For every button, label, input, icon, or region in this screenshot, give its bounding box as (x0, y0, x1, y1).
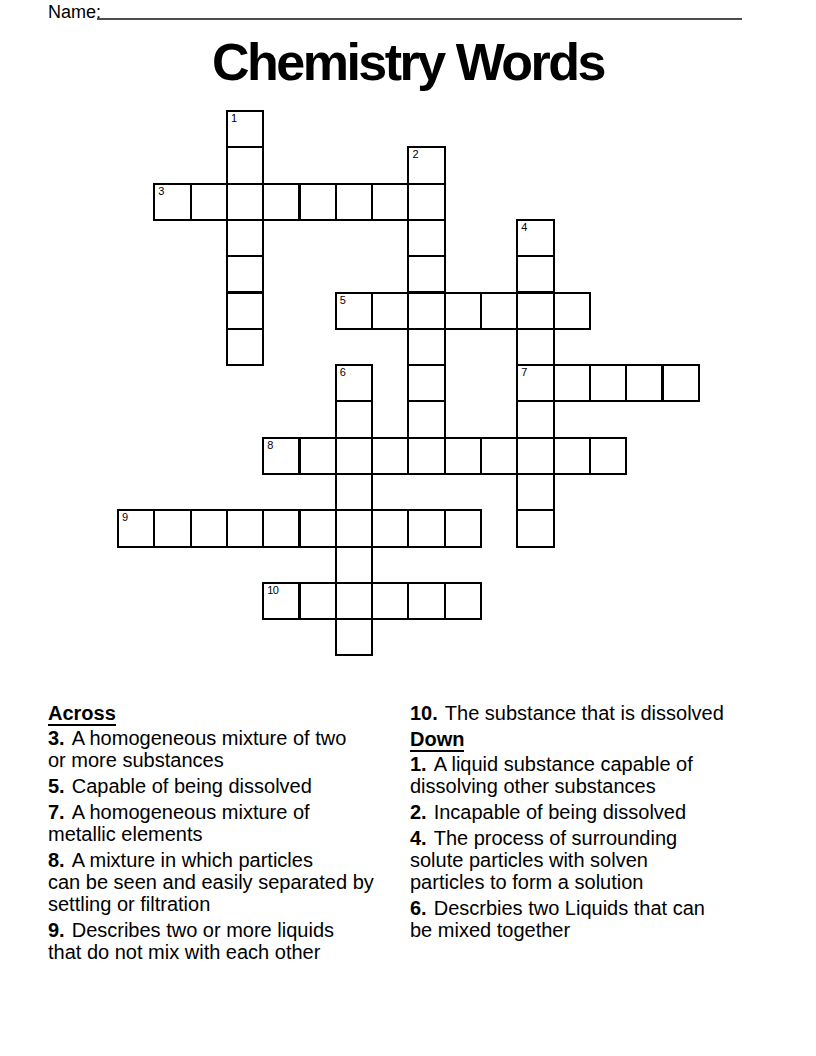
grid-cell-r2c7[interactable] (371, 183, 409, 221)
grid-cell-r11c4[interactable] (262, 509, 300, 547)
clues-heading-text: Down (410, 728, 464, 752)
grid-cell-r9c7[interactable] (371, 437, 409, 475)
clue-text: Describes two or more liquids that do no… (48, 919, 334, 963)
clue-1: 1.A liquid substance capable of dissolvi… (410, 754, 810, 798)
grid-cell-r0c3[interactable]: 1 (226, 110, 264, 148)
grid-cell-r3c3[interactable] (226, 219, 264, 257)
grid-cell-r13c7[interactable] (371, 582, 409, 620)
clue-number-label: 9. (48, 919, 65, 941)
grid-cell-r5c10[interactable] (480, 292, 518, 330)
grid-cell-r7c12[interactable] (553, 364, 591, 402)
grid-cell-r5c7[interactable] (371, 292, 409, 330)
grid-cell-r4c11[interactable] (516, 255, 554, 293)
clue-3: 3.A homogeneous mixture of two or more s… (48, 728, 448, 772)
clue-number-label: 8. (48, 849, 65, 871)
clues-left-column: Across3.A homogeneous mixture of two or … (48, 703, 448, 968)
clue-9: 9.Describes two or more liquids that do … (48, 920, 448, 964)
grid-cell-r2c3[interactable] (226, 183, 264, 221)
clue-number-label: 1. (410, 753, 427, 775)
cell-number-7: 7 (521, 367, 527, 378)
grid-cell-r11c7[interactable] (371, 509, 409, 547)
grid-cell-r2c8[interactable] (407, 183, 445, 221)
cell-number-10: 10 (267, 585, 278, 596)
grid-cell-r4c8[interactable] (407, 255, 445, 293)
clue-number-label: 4. (410, 827, 427, 849)
clue-text: Incapable of being dissolved (434, 801, 686, 823)
grid-cell-r6c11[interactable] (516, 328, 554, 366)
clue-text: The substance that is dissolved (445, 702, 724, 724)
name-label: Name: (48, 2, 101, 22)
clue-5: 5.Capable of being dissolved (48, 776, 448, 798)
clue-text: The process of surrounding solute partic… (410, 827, 677, 893)
grid-cell-r5c12[interactable] (553, 292, 591, 330)
grid-cell-r1c8[interactable]: 2 (407, 146, 445, 184)
grid-cell-r7c11[interactable]: 7 (516, 364, 554, 402)
clue-7: 7.A homogeneous mixture of metallic elem… (48, 802, 448, 846)
grid-cell-r8c11[interactable] (516, 400, 554, 438)
clue-number-label: 2. (410, 801, 427, 823)
cell-number-3: 3 (158, 186, 164, 197)
grid-cell-r2c6[interactable] (335, 183, 373, 221)
grid-cell-r5c3[interactable] (226, 292, 264, 330)
grid-cell-r9c5[interactable] (299, 437, 337, 475)
cell-number-5: 5 (340, 295, 346, 306)
grid-cell-r11c6[interactable] (335, 509, 373, 547)
grid-cell-r13c5[interactable] (299, 582, 337, 620)
clue-text: A mixture in which particles can be seen… (48, 849, 374, 915)
grid-cell-r14c6[interactable] (335, 618, 373, 656)
grid-cell-r11c1[interactable] (153, 509, 191, 547)
grid-cell-r6c3[interactable] (226, 328, 264, 366)
grid-cell-r2c1[interactable]: 3 (153, 183, 191, 221)
clue-text: Capable of being dissolved (72, 775, 312, 797)
grid-cell-r11c8[interactable] (407, 509, 445, 547)
cell-number-8: 8 (267, 440, 273, 451)
clue-text: Descrbies two Liquids that can be mixed … (410, 897, 705, 941)
grid-cell-r3c11[interactable]: 4 (516, 219, 554, 257)
clue-number-label: 10. (410, 702, 438, 724)
grid-cell-r5c11[interactable] (516, 292, 554, 330)
clue-2: 2.Incapable of being dissolved (410, 802, 810, 824)
grid-cell-r7c13[interactable] (589, 364, 627, 402)
grid-cell-r9c4[interactable]: 8 (262, 437, 300, 475)
grid-cell-r9c11[interactable] (516, 437, 554, 475)
grid-cell-r6c8[interactable] (407, 328, 445, 366)
grid-cell-r2c5[interactable] (299, 183, 337, 221)
clue-number-label: 7. (48, 801, 65, 823)
cell-number-4: 4 (521, 222, 527, 233)
clue-4: 4.The process of surrounding solute part… (410, 828, 810, 893)
grid-cell-r8c8[interactable] (407, 400, 445, 438)
grid-cell-r4c3[interactable] (226, 255, 264, 293)
clue-number-label: 6. (410, 897, 427, 919)
grid-cell-r1c3[interactable] (226, 146, 264, 184)
grid-cell-r7c15[interactable] (662, 364, 700, 402)
grid-cell-r5c8[interactable] (407, 292, 445, 330)
cell-number-9: 9 (122, 512, 128, 523)
grid-cell-r7c6[interactable]: 6 (335, 364, 373, 402)
name-fill-in-line[interactable] (97, 0, 742, 20)
cell-number-6: 6 (340, 367, 346, 378)
grid-cell-r9c6[interactable] (335, 437, 373, 475)
grid-cell-r9c12[interactable] (553, 437, 591, 475)
clues-heading-across: Across (48, 703, 448, 725)
grid-cell-r5c6[interactable]: 5 (335, 292, 373, 330)
grid-cell-r9c8[interactable] (407, 437, 445, 475)
grid-cell-r13c8[interactable] (407, 582, 445, 620)
grid-cell-r12c6[interactable] (335, 546, 373, 584)
grid-cell-r11c5[interactable] (299, 509, 337, 547)
grid-cell-r13c4[interactable]: 10 (262, 582, 300, 620)
grid-cell-r13c6[interactable] (335, 582, 373, 620)
grid-cell-r11c11[interactable] (516, 509, 554, 547)
grid-cell-r2c2[interactable] (190, 183, 228, 221)
grid-cell-r5c9[interactable] (444, 292, 482, 330)
grid-cell-r11c2[interactable] (190, 509, 228, 547)
grid-cell-r10c11[interactable] (516, 473, 554, 511)
clue-10: 10.The substance that is dissolved (410, 703, 810, 725)
grid-cell-r8c6[interactable] (335, 400, 373, 438)
grid-cell-r2c4[interactable] (262, 183, 300, 221)
grid-cell-r11c0[interactable]: 9 (117, 509, 155, 547)
clue-number-label: 5. (48, 775, 65, 797)
page-title: Chemistry Words (0, 32, 816, 92)
clue-text: A homogeneous mixture of metallic elemen… (48, 801, 310, 845)
grid-cell-r9c13[interactable] (589, 437, 627, 475)
crossword-grid: 12345678910 (117, 110, 698, 655)
grid-cell-r11c3[interactable] (226, 509, 264, 547)
clue-text: A liquid substance capable of dissolving… (410, 753, 693, 797)
cell-number-2: 2 (412, 149, 418, 160)
grid-cell-r3c8[interactable] (407, 219, 445, 257)
grid-cell-r7c14[interactable] (625, 364, 663, 402)
grid-cell-r13c9[interactable] (444, 582, 482, 620)
clue-6: 6.Descrbies two Liquids that can be mixe… (410, 898, 810, 942)
grid-cell-r10c6[interactable] (335, 473, 373, 511)
grid-cell-r7c8[interactable] (407, 364, 445, 402)
clues-heading-text: Across (48, 702, 116, 726)
clue-number-label: 3. (48, 727, 65, 749)
grid-cell-r9c10[interactable] (480, 437, 518, 475)
grid-cell-r9c9[interactable] (444, 437, 482, 475)
clue-text: A homogeneous mixture of two or more sub… (48, 727, 346, 771)
grid-cell-r11c9[interactable] (444, 509, 482, 547)
cell-number-1: 1 (231, 113, 237, 124)
clues-heading-down: Down (410, 729, 810, 751)
clues-right-column: 10.The substance that is dissolvedDown1.… (410, 703, 810, 946)
clue-8: 8.A mixture in which particles can be se… (48, 850, 448, 915)
